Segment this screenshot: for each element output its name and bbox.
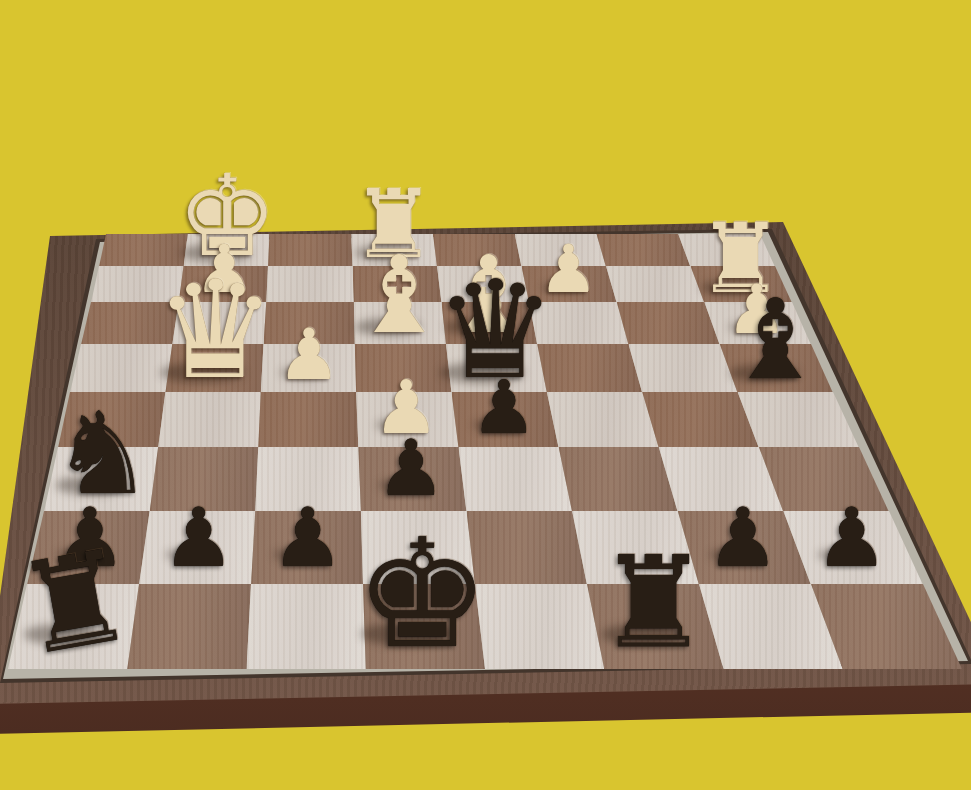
square-b2[interactable] [606,266,704,303]
square-g8[interactable] [127,584,251,669]
piece-white-B-e3[interactable]: ♝ [351,242,447,349]
square-f2[interactable] [266,266,354,303]
square-b4[interactable] [629,344,738,393]
piece-black-R-c8[interactable]: ♜ [597,540,710,666]
square-f8[interactable] [247,584,366,669]
square-f1[interactable] [268,234,353,267]
piece-black-P-e6[interactable]: ♟ [376,430,445,507]
piece-white-Q-g4[interactable]: ♛ [155,263,276,398]
square-b1[interactable] [597,234,691,267]
square-c5[interactable] [547,392,659,448]
piece-black-B-a4[interactable]: ♝ [726,285,825,396]
piece-black-P-d5[interactable]: ♟ [471,371,537,445]
piece-black-P-a7[interactable]: ♟ [815,497,888,579]
piece-white-P-f4[interactable]: ♟ [277,320,340,391]
piece-black-K-e8[interactable]: ♚ [355,519,489,669]
piece-black-P-b7[interactable]: ♟ [706,497,779,579]
chess-app-window: ♜♚♜♟♟♟♟♟♟♞♟♟♛♟♛♝♝♝♟♜♟♟♚♜ [0,0,971,790]
square-d8[interactable] [475,584,604,669]
piece-black-P-f7[interactable]: ♟ [271,497,344,579]
piece-black-P-g7[interactable]: ♟ [162,497,235,579]
square-c6[interactable] [559,447,678,512]
square-d6[interactable] [459,447,573,512]
piece-black-R-h8[interactable]: ♜ [9,531,142,675]
